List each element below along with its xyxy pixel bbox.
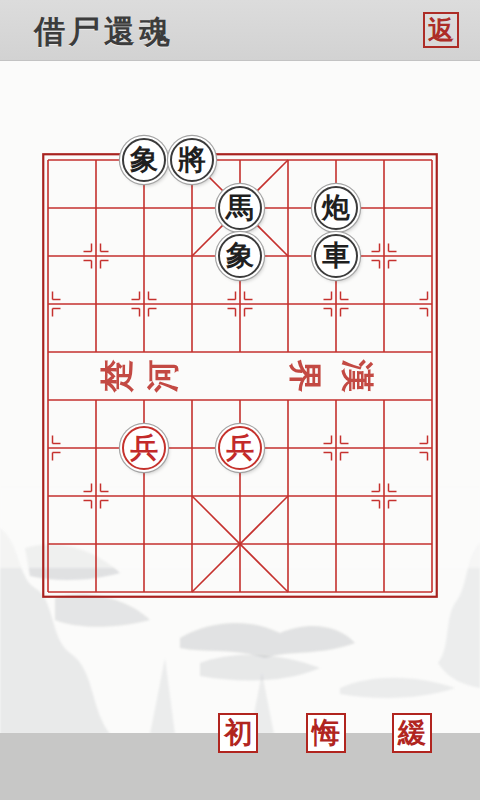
back-button[interactable]: 返 xyxy=(423,12,459,48)
piece-glyph: 炮 xyxy=(322,194,350,222)
piece-black-馬[interactable]: 馬 xyxy=(218,186,262,230)
piece-glyph: 象 xyxy=(130,146,158,174)
piece-glyph: 象 xyxy=(226,242,254,270)
river-label-he: 河 xyxy=(143,356,183,396)
river-label-chu: 楚 xyxy=(97,356,137,396)
hint-button[interactable]: 緩 xyxy=(392,713,432,753)
piece-glyph: 將 xyxy=(178,146,206,174)
undo-button[interactable]: 悔 xyxy=(306,713,346,753)
piece-glyph: 兵 xyxy=(130,434,158,462)
piece-glyph: 車 xyxy=(322,242,350,270)
piece-glyph: 兵 xyxy=(226,434,254,462)
piece-black-將[interactable]: 將 xyxy=(170,138,214,182)
piece-black-象[interactable]: 象 xyxy=(122,138,166,182)
river-label-jie: 界 xyxy=(285,356,325,396)
piece-black-車[interactable]: 車 xyxy=(314,234,358,278)
piece-glyph: 馬 xyxy=(226,194,254,222)
river-label-han: 漢 xyxy=(337,356,377,396)
piece-red-兵[interactable]: 兵 xyxy=(218,426,262,470)
title-bar: 借尸還魂 返 xyxy=(0,0,480,61)
piece-black-象[interactable]: 象 xyxy=(218,234,262,278)
xiangqi-board[interactable]: 楚 河 界 漢 象將馬炮象車兵兵 xyxy=(42,153,438,598)
piece-red-兵[interactable]: 兵 xyxy=(122,426,166,470)
restart-button[interactable]: 初 xyxy=(218,713,258,753)
page-title: 借尸還魂 xyxy=(34,11,174,53)
piece-black-炮[interactable]: 炮 xyxy=(314,186,358,230)
